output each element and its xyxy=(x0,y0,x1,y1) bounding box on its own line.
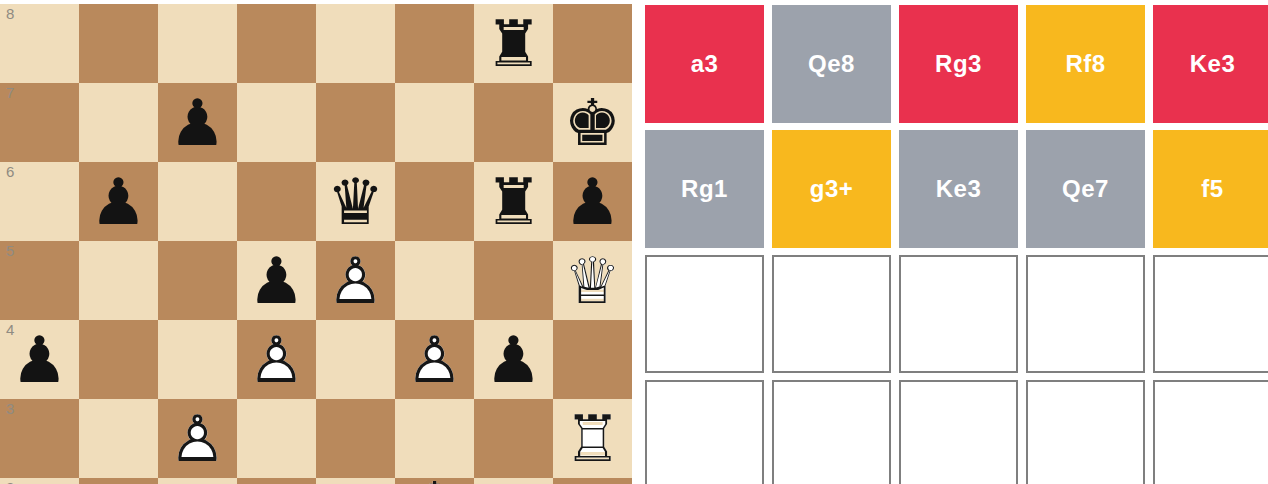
square-g2[interactable] xyxy=(474,478,553,484)
white-pawn-e5[interactable]: ♟♙ xyxy=(316,241,395,320)
empty-move-slot-r3c1 xyxy=(645,255,764,373)
square-e4[interactable] xyxy=(316,320,395,399)
empty-move-slot-r4c5 xyxy=(1153,380,1268,484)
square-b7[interactable] xyxy=(79,83,158,162)
rank-label-7: 7 xyxy=(6,85,14,102)
square-g6[interactable]: ♜ xyxy=(474,162,553,241)
piece-outline: ♙ xyxy=(395,320,474,399)
square-b3[interactable] xyxy=(79,399,158,478)
square-c3[interactable]: ♟♙ xyxy=(158,399,237,478)
square-h6[interactable]: ♟ xyxy=(553,162,632,241)
rank-label-5: 5 xyxy=(6,243,14,260)
square-a8[interactable]: 8 xyxy=(0,4,79,83)
piece-glyph: ♜ xyxy=(474,4,553,83)
square-g5[interactable] xyxy=(474,241,553,320)
black-pawn-a4[interactable]: ♟ xyxy=(0,320,79,399)
white-rook-h3[interactable]: ♜♖ xyxy=(553,399,632,478)
square-e5[interactable]: ♟♙ xyxy=(316,241,395,320)
square-a6[interactable]: 6 xyxy=(0,162,79,241)
empty-move-slot-r4c2 xyxy=(772,380,891,484)
rank-label-8: 8 xyxy=(6,6,14,23)
square-c2[interactable] xyxy=(158,478,237,484)
square-g4[interactable]: ♟ xyxy=(474,320,553,399)
square-b2[interactable] xyxy=(79,478,158,484)
square-a3[interactable]: 3 xyxy=(0,399,79,478)
move-tile-Ke3[interactable]: Ke3 xyxy=(899,130,1018,248)
move-tile-Rg1[interactable]: Rg1 xyxy=(645,130,764,248)
rank-label-3: 3 xyxy=(6,401,14,418)
square-c6[interactable] xyxy=(158,162,237,241)
square-d3[interactable] xyxy=(237,399,316,478)
piece-glyph: ♜ xyxy=(474,162,553,241)
piece-outline: ♕ xyxy=(553,241,632,320)
black-queen-e6[interactable]: ♛ xyxy=(316,162,395,241)
square-h7[interactable]: ♚ xyxy=(553,83,632,162)
piece-glyph: ♟ xyxy=(474,320,553,399)
square-e6[interactable]: ♛ xyxy=(316,162,395,241)
square-c8[interactable] xyxy=(158,4,237,83)
piece-glyph: ♟ xyxy=(158,83,237,162)
square-g8[interactable]: ♜ xyxy=(474,4,553,83)
square-e8[interactable] xyxy=(316,4,395,83)
square-g7[interactable] xyxy=(474,83,553,162)
empty-move-slot-r4c1 xyxy=(645,380,764,484)
square-c7[interactable]: ♟ xyxy=(158,83,237,162)
empty-move-slot-r3c5 xyxy=(1153,255,1268,373)
black-rook-g6[interactable]: ♜ xyxy=(474,162,553,241)
white-queen-h5[interactable]: ♛♕ xyxy=(553,241,632,320)
square-e2[interactable] xyxy=(316,478,395,484)
empty-move-slot-r4c4 xyxy=(1026,380,1145,484)
black-pawn-g4[interactable]: ♟ xyxy=(474,320,553,399)
empty-move-slot-r3c3 xyxy=(899,255,1018,373)
move-tile-Rg3[interactable]: Rg3 xyxy=(899,5,1018,123)
rank-label-2: 2 xyxy=(6,480,14,484)
square-f4[interactable]: ♟♙ xyxy=(395,320,474,399)
square-d7[interactable] xyxy=(237,83,316,162)
black-rook-g8[interactable]: ♜ xyxy=(474,4,553,83)
piece-glyph: ♟ xyxy=(553,162,632,241)
square-b8[interactable] xyxy=(79,4,158,83)
black-pawn-b6[interactable]: ♟ xyxy=(79,162,158,241)
square-d2[interactable] xyxy=(237,478,316,484)
chess-board[interactable]: 8♜7♟♚6♟♛♜♟5♟♟♙♛♕4♟♟♙♟♙♟3♟♙♜♖2♚♔ xyxy=(0,4,632,484)
black-pawn-d5[interactable]: ♟ xyxy=(237,241,316,320)
move-tile-Qe7[interactable]: Qe7 xyxy=(1026,130,1145,248)
square-b6[interactable]: ♟ xyxy=(79,162,158,241)
square-d8[interactable] xyxy=(237,4,316,83)
square-d5[interactable]: ♟ xyxy=(237,241,316,320)
square-e3[interactable] xyxy=(316,399,395,478)
white-pawn-f4[interactable]: ♟♙ xyxy=(395,320,474,399)
piece-outline: ♖ xyxy=(553,399,632,478)
move-tile-Ke3[interactable]: Ke3 xyxy=(1153,5,1268,123)
piece-glyph: ♛ xyxy=(316,162,395,241)
square-e7[interactable] xyxy=(316,83,395,162)
rank-label-6: 6 xyxy=(6,164,14,181)
black-king-h7[interactable]: ♚ xyxy=(553,83,632,162)
square-d6[interactable] xyxy=(237,162,316,241)
square-h8[interactable] xyxy=(553,4,632,83)
empty-move-slot-r3c4 xyxy=(1026,255,1145,373)
square-h2[interactable] xyxy=(553,478,632,484)
move-tile-f5[interactable]: f5 xyxy=(1153,130,1268,248)
piece-outline: ♙ xyxy=(237,320,316,399)
square-f5[interactable] xyxy=(395,241,474,320)
square-d4[interactable]: ♟♙ xyxy=(237,320,316,399)
square-c5[interactable] xyxy=(158,241,237,320)
piece-glyph: ♟ xyxy=(237,241,316,320)
square-c4[interactable] xyxy=(158,320,237,399)
move-tile-Rf8[interactable]: Rf8 xyxy=(1026,5,1145,123)
piece-glyph: ♚ xyxy=(553,83,632,162)
move-tile-g3check[interactable]: g3+ xyxy=(772,130,891,248)
white-pawn-c3[interactable]: ♟♙ xyxy=(158,399,237,478)
square-h4[interactable] xyxy=(553,320,632,399)
black-pawn-c7[interactable]: ♟ xyxy=(158,83,237,162)
square-h5[interactable]: ♛♕ xyxy=(553,241,632,320)
piece-outline: ♙ xyxy=(316,241,395,320)
square-b4[interactable] xyxy=(79,320,158,399)
white-pawn-d4[interactable]: ♟♙ xyxy=(237,320,316,399)
square-a2[interactable]: 2 xyxy=(0,478,79,484)
empty-move-slot-r4c3 xyxy=(899,380,1018,484)
square-g3[interactable] xyxy=(474,399,553,478)
square-a5[interactable]: 5 xyxy=(0,241,79,320)
square-f8[interactable] xyxy=(395,4,474,83)
square-a7[interactable]: 7 xyxy=(0,83,79,162)
square-h3[interactable]: ♜♖ xyxy=(553,399,632,478)
piece-outline: ♙ xyxy=(158,399,237,478)
piece-glyph: ♟ xyxy=(79,162,158,241)
move-tile-Qe8[interactable]: Qe8 xyxy=(772,5,891,123)
empty-move-slot-r3c2 xyxy=(772,255,891,373)
piece-outline: ♔ xyxy=(395,466,474,484)
move-tile-a3[interactable]: a3 xyxy=(645,5,764,123)
square-b5[interactable] xyxy=(79,241,158,320)
black-pawn-h6[interactable]: ♟ xyxy=(553,162,632,241)
move-choice-panel: a3Qe8Rg3Rf8Ke3Rg1g3+Ke3Qe7f5 xyxy=(645,5,1268,484)
square-a4[interactable]: 4♟ xyxy=(0,320,79,399)
square-f2[interactable]: ♚♔ xyxy=(395,478,474,484)
square-f7[interactable] xyxy=(395,83,474,162)
piece-glyph: ♟ xyxy=(0,320,79,399)
white-king-f2[interactable]: ♚♔ xyxy=(395,466,474,484)
square-f6[interactable] xyxy=(395,162,474,241)
